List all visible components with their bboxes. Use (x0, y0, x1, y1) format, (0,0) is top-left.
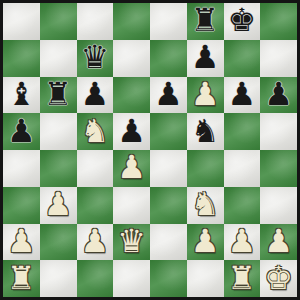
black-pawn-piece: ♟ (191, 41, 220, 73)
square-c2[interactable]: ♟ (77, 224, 114, 261)
square-b5[interactable] (40, 113, 77, 150)
square-c8[interactable] (77, 3, 114, 40)
square-d3[interactable] (113, 187, 150, 224)
white-pawn-piece: ♟ (228, 225, 257, 257)
square-f5[interactable]: ♞ (187, 113, 224, 150)
black-pawn-piece: ♟ (117, 115, 146, 147)
square-b6[interactable]: ♜ (40, 77, 77, 114)
white-king-piece: ♚ (264, 262, 293, 294)
square-g4[interactable] (224, 150, 261, 187)
square-a1[interactable]: ♜ (3, 260, 40, 297)
square-e5[interactable] (150, 113, 187, 150)
square-h7[interactable] (260, 40, 297, 77)
square-h6[interactable]: ♟ (260, 77, 297, 114)
square-f4[interactable] (187, 150, 224, 187)
square-f3[interactable]: ♞ (187, 187, 224, 224)
square-d1[interactable] (113, 260, 150, 297)
square-g2[interactable]: ♟ (224, 224, 261, 261)
square-d2[interactable]: ♛ (113, 224, 150, 261)
square-f6[interactable]: ♟ (187, 77, 224, 114)
square-g5[interactable] (224, 113, 261, 150)
square-g7[interactable] (224, 40, 261, 77)
black-king-piece: ♚ (228, 4, 257, 36)
black-rook-piece: ♜ (44, 78, 73, 110)
white-pawn-piece: ♟ (117, 151, 146, 183)
square-a4[interactable] (3, 150, 40, 187)
square-e2[interactable] (150, 224, 187, 261)
white-knight-piece: ♞ (81, 115, 110, 147)
black-knight-piece: ♞ (191, 115, 220, 147)
square-h8[interactable] (260, 3, 297, 40)
square-g8[interactable]: ♚ (224, 3, 261, 40)
black-pawn-piece: ♟ (81, 78, 110, 110)
square-d5[interactable]: ♟ (113, 113, 150, 150)
square-a5[interactable]: ♟ (3, 113, 40, 150)
black-pawn-piece: ♟ (228, 78, 257, 110)
black-bishop-piece: ♝ (7, 78, 36, 110)
black-pawn-piece: ♟ (7, 115, 36, 147)
square-f2[interactable]: ♟ (187, 224, 224, 261)
square-g6[interactable]: ♟ (224, 77, 261, 114)
square-b8[interactable] (40, 3, 77, 40)
white-pawn-piece: ♟ (191, 225, 220, 257)
square-b7[interactable] (40, 40, 77, 77)
square-a8[interactable] (3, 3, 40, 40)
square-c5[interactable]: ♞ (77, 113, 114, 150)
white-pawn-piece: ♟ (44, 188, 73, 220)
square-a3[interactable] (3, 187, 40, 224)
square-h1[interactable]: ♚ (260, 260, 297, 297)
square-e7[interactable] (150, 40, 187, 77)
black-rook-piece: ♜ (191, 4, 220, 36)
square-f1[interactable] (187, 260, 224, 297)
square-b2[interactable] (40, 224, 77, 261)
square-e1[interactable] (150, 260, 187, 297)
square-h3[interactable] (260, 187, 297, 224)
black-pawn-piece: ♟ (154, 78, 183, 110)
square-a6[interactable]: ♝ (3, 77, 40, 114)
white-pawn-piece: ♟ (7, 225, 36, 257)
square-d6[interactable] (113, 77, 150, 114)
square-c4[interactable] (77, 150, 114, 187)
square-c7[interactable]: ♛ (77, 40, 114, 77)
square-f8[interactable]: ♜ (187, 3, 224, 40)
white-queen-piece: ♛ (117, 225, 146, 257)
square-b1[interactable] (40, 260, 77, 297)
white-rook-piece: ♜ (7, 262, 36, 294)
square-a2[interactable]: ♟ (3, 224, 40, 261)
square-b4[interactable] (40, 150, 77, 187)
white-rook-piece: ♜ (228, 262, 257, 294)
square-h5[interactable] (260, 113, 297, 150)
square-g3[interactable] (224, 187, 261, 224)
square-a7[interactable] (3, 40, 40, 77)
square-h2[interactable]: ♟ (260, 224, 297, 261)
square-d8[interactable] (113, 3, 150, 40)
square-e3[interactable] (150, 187, 187, 224)
black-pawn-piece: ♟ (264, 78, 293, 110)
white-pawn-piece: ♟ (264, 225, 293, 257)
square-g1[interactable]: ♜ (224, 260, 261, 297)
square-f7[interactable]: ♟ (187, 40, 224, 77)
square-e8[interactable] (150, 3, 187, 40)
white-pawn-piece: ♟ (81, 225, 110, 257)
white-knight-piece: ♞ (191, 188, 220, 220)
square-d7[interactable] (113, 40, 150, 77)
chess-board: ♜♚♛♟♝♜♟♟♟♟♟♟♞♟♞♟♟♞♟♟♛♟♟♟♜♜♚ (0, 0, 300, 300)
square-e6[interactable]: ♟ (150, 77, 187, 114)
square-c3[interactable] (77, 187, 114, 224)
square-h4[interactable] (260, 150, 297, 187)
white-pawn-piece: ♟ (191, 78, 220, 110)
square-b3[interactable]: ♟ (40, 187, 77, 224)
square-d4[interactable]: ♟ (113, 150, 150, 187)
square-c6[interactable]: ♟ (77, 77, 114, 114)
square-c1[interactable] (77, 260, 114, 297)
black-queen-piece: ♛ (81, 41, 110, 73)
square-e4[interactable] (150, 150, 187, 187)
